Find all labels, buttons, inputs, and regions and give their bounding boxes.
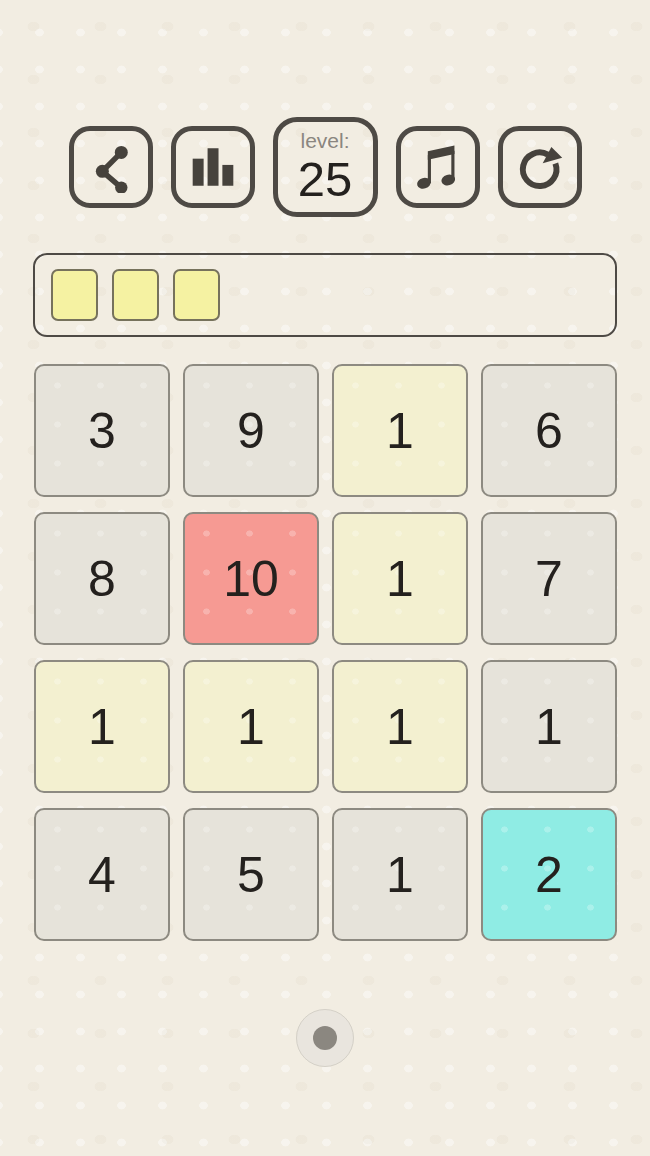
tile-1-yellow[interactable]: 1 xyxy=(332,512,468,645)
tray-token xyxy=(51,269,98,321)
share-button[interactable] xyxy=(69,126,153,208)
toolbar: level: 25 xyxy=(0,112,650,222)
tray-token xyxy=(173,269,220,321)
home-dot-icon xyxy=(313,1026,337,1050)
board-grid: 39168101711114512 xyxy=(34,364,617,941)
token-tray xyxy=(33,253,617,337)
tile-9-gray[interactable]: 9 xyxy=(183,364,319,497)
music-note-icon xyxy=(412,141,464,193)
tile-8-gray[interactable]: 8 xyxy=(34,512,170,645)
tile-4-gray[interactable]: 4 xyxy=(34,808,170,941)
tile-10-red[interactable]: 10 xyxy=(183,512,319,645)
tile-1-yellow[interactable]: 1 xyxy=(183,660,319,793)
share-icon xyxy=(85,141,137,193)
tile-1-gray[interactable]: 1 xyxy=(481,660,617,793)
restart-button[interactable] xyxy=(498,126,582,208)
tile-6-gray[interactable]: 6 xyxy=(481,364,617,497)
level-value: 25 xyxy=(298,153,353,205)
tile-1-yellow[interactable]: 1 xyxy=(34,660,170,793)
home-button[interactable] xyxy=(296,1009,354,1067)
tile-5-gray[interactable]: 5 xyxy=(183,808,319,941)
tile-7-gray[interactable]: 7 xyxy=(481,512,617,645)
tile-1-yellow[interactable]: 1 xyxy=(332,660,468,793)
tile-2-cyan[interactable]: 2 xyxy=(481,808,617,941)
level-label: level: xyxy=(300,129,349,153)
tile-3-gray[interactable]: 3 xyxy=(34,364,170,497)
music-button[interactable] xyxy=(396,126,480,208)
tile-1-yellow[interactable]: 1 xyxy=(332,364,468,497)
restart-icon xyxy=(514,141,566,193)
bar-chart-icon xyxy=(188,142,238,192)
level-button[interactable]: level: 25 xyxy=(273,117,378,217)
stats-button[interactable] xyxy=(171,126,255,208)
tray-token xyxy=(112,269,159,321)
tile-1-gray[interactable]: 1 xyxy=(332,808,468,941)
